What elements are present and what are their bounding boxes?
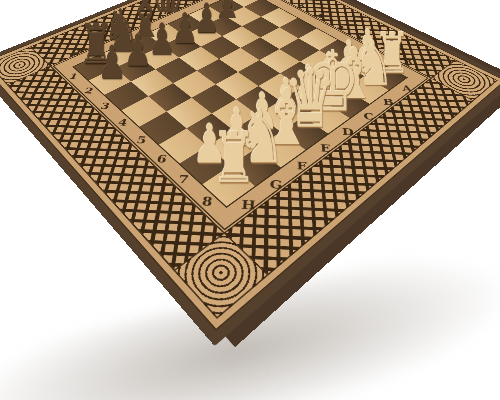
- product-photo-scene: HGFEDCBA HGFEDCBA 12345678 12345678 ♜♞♝♛…: [0, 0, 500, 400]
- coordinate-label: F: [109, 27, 138, 35]
- coordinate-label: C: [175, 0, 201, 7]
- coordinate-label: 4: [314, 9, 327, 23]
- coordinate-label: E: [132, 18, 160, 25]
- white-rook-glyph: ♜: [193, 125, 274, 192]
- coordinate-label: D: [154, 9, 181, 16]
- black-pawn-glyph: ♟: [79, 41, 144, 84]
- coordinate-label: 2: [278, 0, 289, 3]
- coordinate-label: 3: [296, 0, 308, 13]
